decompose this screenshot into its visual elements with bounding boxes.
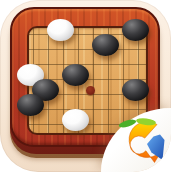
- gomoku-app-icon[interactable]: [0, 0, 171, 172]
- tencent-games-logo: [117, 117, 169, 167]
